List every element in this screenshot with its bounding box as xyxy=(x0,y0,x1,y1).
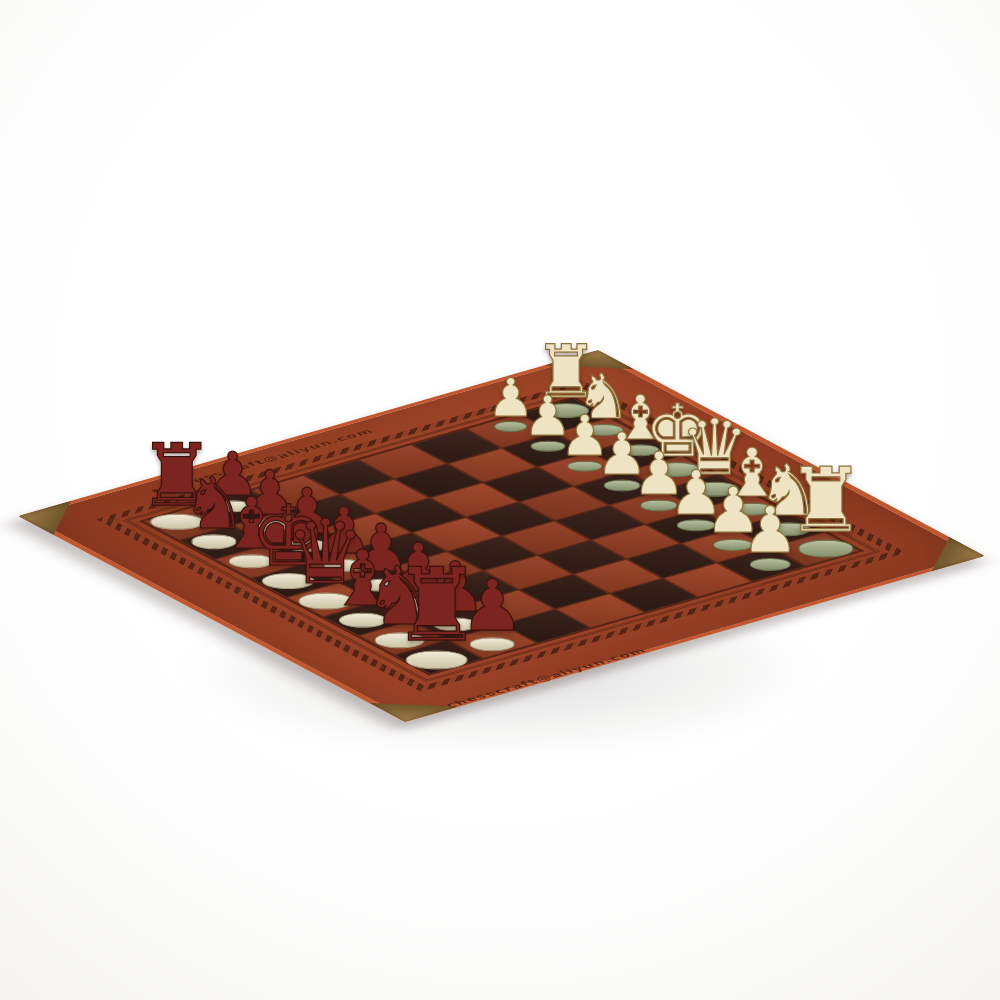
piece-egyptian-pawn[interactable]: ♟ xyxy=(742,498,799,562)
product-photo-stage: ♞chesscraft@aliyun.com ♞chesscraft@aliyu… xyxy=(0,0,1000,1000)
piece-roman-rook[interactable]: ♜ xyxy=(391,555,482,656)
